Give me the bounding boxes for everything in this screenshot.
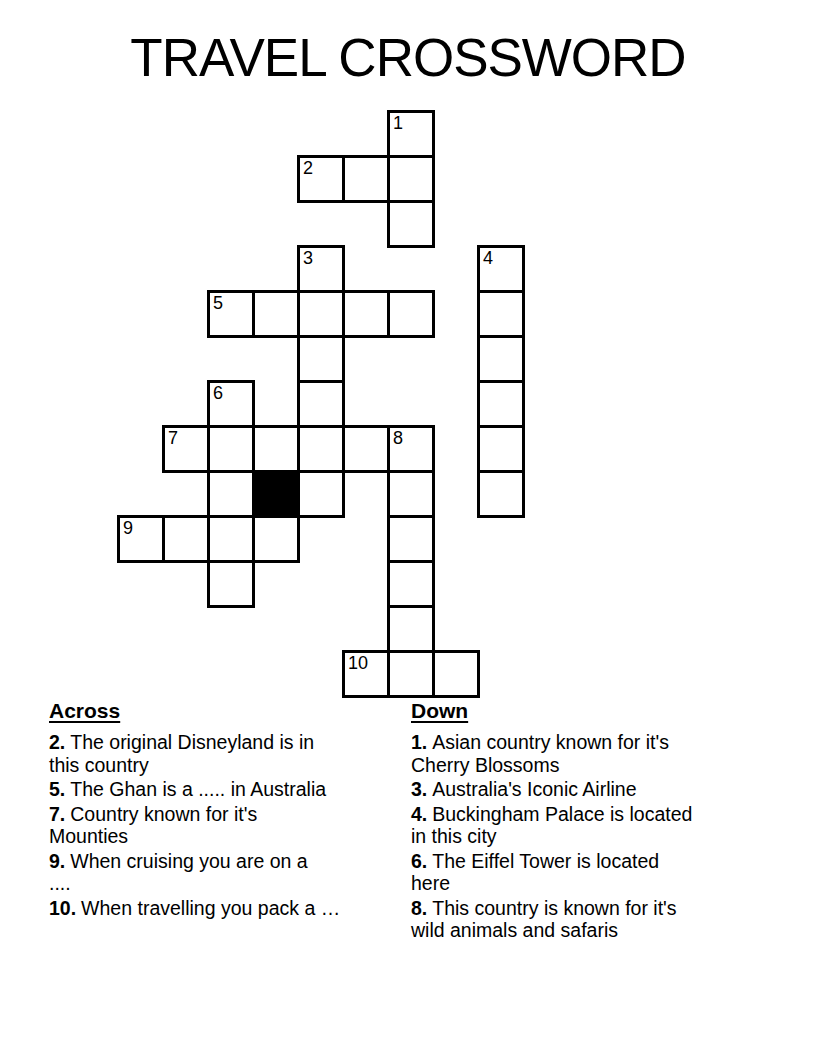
clue-line: 10.When travelling you pack a … (49, 897, 399, 920)
grid-cell[interactable] (477, 470, 525, 518)
grid-cell[interactable] (162, 515, 210, 563)
cell-number: 3 (303, 248, 313, 268)
grid-cell[interactable]: 8 (387, 425, 435, 473)
grid-cell[interactable] (297, 335, 345, 383)
clue-line: 8.This country is known for it's (411, 897, 771, 920)
clue-number: 5. (49, 778, 65, 800)
grid-cell[interactable] (477, 290, 525, 338)
grid-cell[interactable] (207, 560, 255, 608)
clue-number: 7. (49, 803, 65, 825)
clue-3: 3.Australia's Iconic Airline (411, 778, 771, 801)
down-heading: Down (411, 699, 771, 723)
clue-10: 10.When travelling you pack a … (49, 897, 399, 920)
grid-cell[interactable] (387, 605, 435, 653)
cell-number: 10 (348, 653, 368, 673)
grid-cell[interactable]: 3 (297, 245, 345, 293)
grid-cell[interactable] (297, 425, 345, 473)
grid-cell[interactable]: 9 (117, 515, 165, 563)
clue-number: 2. (49, 731, 65, 753)
clue-number: 8. (411, 897, 427, 919)
clue-line: Mounties (49, 825, 399, 848)
cell-number: 2 (303, 158, 313, 178)
grid-cell[interactable] (252, 290, 300, 338)
clue-line: in this city (411, 825, 771, 848)
clue-2: 2.The original Disneyland is inthis coun… (49, 731, 399, 776)
cell-number: 1 (393, 113, 403, 133)
clue-8: 8.This country is known for it'swild ani… (411, 897, 771, 942)
across-clues-section: Across 2.The original Disneyland is inth… (49, 699, 399, 921)
grid-cell[interactable] (477, 425, 525, 473)
grid-cell[interactable] (342, 290, 390, 338)
grid-cell[interactable]: 4 (477, 245, 525, 293)
cell-number: 6 (213, 383, 223, 403)
grid-cell[interactable] (342, 155, 390, 203)
clue-number: 9. (49, 850, 65, 872)
grid-cell[interactable] (387, 560, 435, 608)
grid-cell[interactable] (297, 470, 345, 518)
clue-line: 9.When cruising you are on a (49, 850, 399, 873)
cell-number: 9 (123, 518, 133, 538)
grid-cell[interactable] (207, 515, 255, 563)
grid-cell[interactable]: 10 (342, 650, 390, 698)
grid-cell[interactable] (387, 200, 435, 248)
clue-1: 1.Asian country known for it'sCherry Blo… (411, 731, 771, 776)
grid-cell[interactable] (252, 515, 300, 563)
clue-number: 6. (411, 850, 427, 872)
clue-line: 6.The Eiffel Tower is located (411, 850, 771, 873)
clue-7: 7.Country known for it'sMounties (49, 803, 399, 848)
across-heading: Across (49, 699, 399, 723)
grid-cell[interactable]: 1 (387, 110, 435, 158)
grid-cell[interactable] (387, 155, 435, 203)
grid-cell[interactable] (252, 425, 300, 473)
clue-4: 4.Buckingham Palace is locatedin this ci… (411, 803, 771, 848)
grid-cell[interactable] (387, 290, 435, 338)
worksheet-page: TRAVEL CROSSWORD 12345678910 Across 2.Th… (0, 0, 816, 1056)
grid-cell[interactable] (342, 425, 390, 473)
clue-line: .... (49, 872, 399, 895)
clue-line: 5.The Ghan is a ..... in Australia (49, 778, 399, 801)
grid-cell[interactable] (207, 470, 255, 518)
clue-line: this country (49, 754, 399, 777)
grid-cell[interactable]: 6 (207, 380, 255, 428)
grid-cell[interactable] (477, 380, 525, 428)
cell-number: 7 (168, 428, 178, 448)
clue-number: 4. (411, 803, 427, 825)
across-clue-list: 2.The original Disneyland is inthis coun… (49, 731, 399, 919)
grid-cell[interactable] (477, 335, 525, 383)
grid-cell[interactable]: 5 (207, 290, 255, 338)
clue-line: 2.The original Disneyland is in (49, 731, 399, 754)
down-clues-section: Down 1.Asian country known for it'sCherr… (411, 699, 771, 944)
grid-cell[interactable] (207, 425, 255, 473)
clue-line: here (411, 872, 771, 895)
grid-cell[interactable] (297, 290, 345, 338)
clue-number: 10. (49, 897, 76, 919)
clue-line: 1.Asian country known for it's (411, 731, 771, 754)
grid-cell[interactable] (387, 515, 435, 563)
clue-number: 1. (411, 731, 427, 753)
cell-number: 8 (393, 428, 403, 448)
grid-cell[interactable]: 2 (297, 155, 345, 203)
down-clue-list: 1.Asian country known for it'sCherry Blo… (411, 731, 771, 942)
cell-number: 4 (483, 248, 493, 268)
clue-6: 6.The Eiffel Tower is locatedhere (411, 850, 771, 895)
clue-line: Cherry Blossoms (411, 754, 771, 777)
grid-cell[interactable]: 7 (162, 425, 210, 473)
grid-cell[interactable] (432, 650, 480, 698)
clue-number: 3. (411, 778, 427, 800)
grid-cell[interactable] (297, 380, 345, 428)
clue-line: 3.Australia's Iconic Airline (411, 778, 771, 801)
crossword-grid: 12345678910 (117, 110, 522, 695)
cell-number: 5 (213, 293, 223, 313)
grid-cell[interactable] (387, 470, 435, 518)
black-cell (252, 470, 300, 518)
grid-cell[interactable] (387, 650, 435, 698)
puzzle-title: TRAVEL CROSSWORD (0, 30, 816, 86)
clue-line: wild animals and safaris (411, 919, 771, 942)
clue-9: 9.When cruising you are on a.... (49, 850, 399, 895)
clue-line: 7.Country known for it's (49, 803, 399, 826)
clue-5: 5.The Ghan is a ..... in Australia (49, 778, 399, 801)
clue-line: 4.Buckingham Palace is located (411, 803, 771, 826)
